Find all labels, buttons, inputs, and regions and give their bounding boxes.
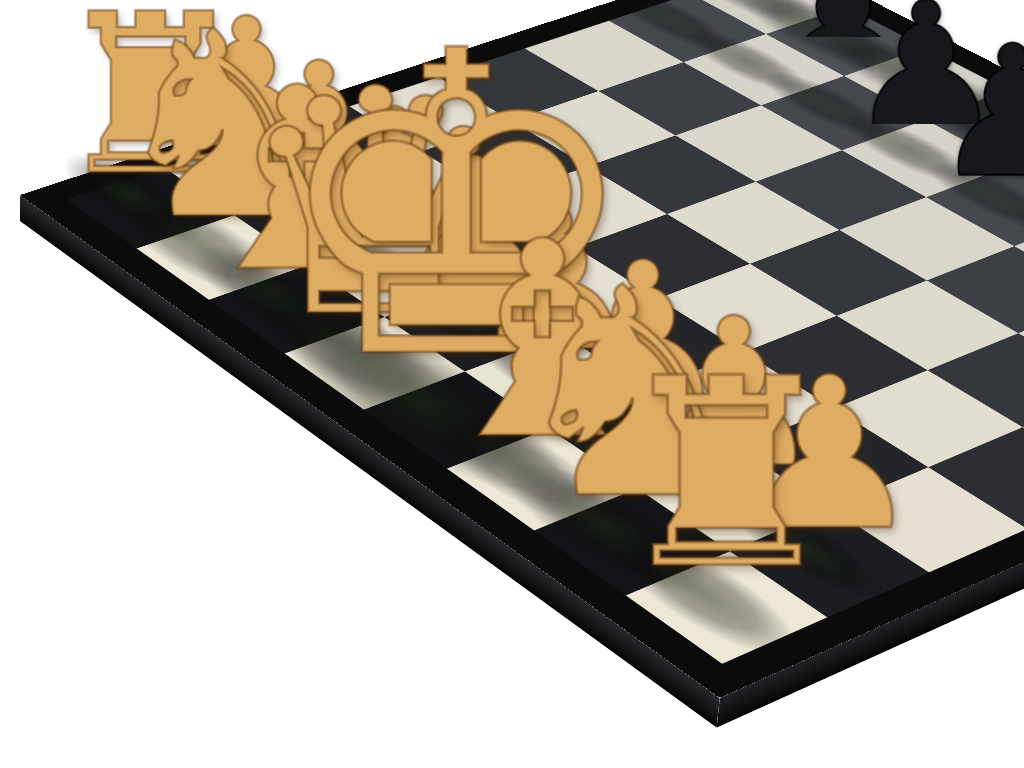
photo-frame: ♜♞♝♛♚♝♞♜♟♟♟♟♟♟♟♟♟♟♟♟♟♟♟♟♜♞♝♛♚♝♞♜ — [0, 0, 1024, 768]
chess-board: ♜♞♝♛♚♝♞♜♟♟♟♟♟♟♟♟♟♟♟♟♟♟♟♟♜♞♝♛♚♝♞♜ — [20, 0, 1024, 698]
photo-scene: ♜♞♝♛♚♝♞♜♟♟♟♟♟♟♟♟♟♟♟♟♟♟♟♟♜♞♝♛♚♝♞♜ — [0, 0, 1024, 768]
